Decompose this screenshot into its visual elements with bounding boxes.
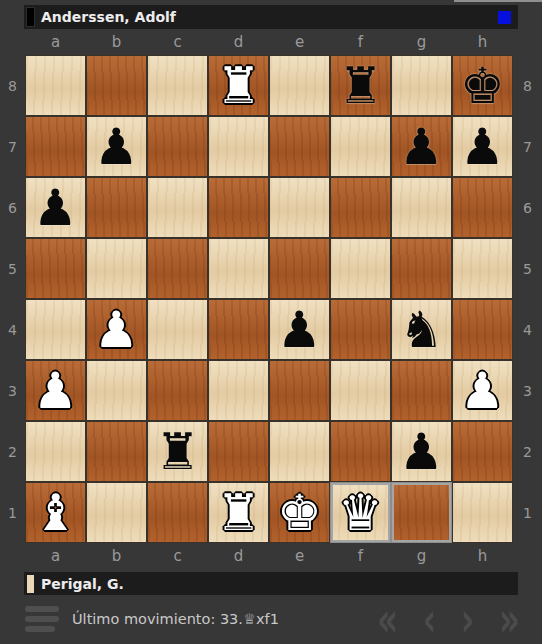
file-label-e-bottom: e xyxy=(269,543,330,569)
rank-label-7-right: 7 xyxy=(513,116,542,177)
square-b6[interactable] xyxy=(86,177,147,238)
rank-label-4-right: 4 xyxy=(513,299,542,360)
square-f7[interactable] xyxy=(330,116,391,177)
file-label-h-bottom: h xyxy=(452,543,513,569)
square-c4[interactable] xyxy=(147,299,208,360)
file-label-a-bottom: a xyxy=(25,543,86,569)
square-g8[interactable] xyxy=(391,55,452,116)
white-color-indicator xyxy=(27,575,34,593)
square-e6[interactable] xyxy=(269,177,330,238)
white-king[interactable]: ♚ xyxy=(277,488,322,538)
square-h5[interactable] xyxy=(452,238,513,299)
rank-label-7-left: 7 xyxy=(0,116,25,177)
black-pawn[interactable]: ♟ xyxy=(460,122,505,172)
player-bar-top: Anderssen, Adolf xyxy=(24,5,518,29)
square-e3[interactable] xyxy=(269,360,330,421)
rank-label-3-left: 3 xyxy=(0,360,25,421)
status-bar: Último movimiento: 33.♕xf1 « ‹ › » xyxy=(0,595,542,643)
white-pawn[interactable]: ♟ xyxy=(33,366,78,416)
file-label-c-top: c xyxy=(147,29,208,55)
square-f5[interactable] xyxy=(330,238,391,299)
square-d4[interactable] xyxy=(208,299,269,360)
square-a3[interactable]: ♟ xyxy=(25,360,86,421)
file-label-b-top: b xyxy=(86,29,147,55)
square-f6[interactable] xyxy=(330,177,391,238)
black-knight[interactable]: ♞ xyxy=(399,305,444,355)
square-g6[interactable] xyxy=(391,177,452,238)
square-h4[interactable] xyxy=(452,299,513,360)
last-move-text: Último movimiento: 33.♕xf1 xyxy=(72,611,279,627)
square-c6[interactable] xyxy=(147,177,208,238)
file-label-c-bottom: c xyxy=(147,543,208,569)
square-b2[interactable] xyxy=(86,421,147,482)
menu-button[interactable] xyxy=(25,606,59,632)
square-f3[interactable] xyxy=(330,360,391,421)
square-h6[interactable] xyxy=(452,177,513,238)
square-e4[interactable]: ♟ xyxy=(269,299,330,360)
rank-label-3-right: 3 xyxy=(513,360,542,421)
black-pawn[interactable]: ♟ xyxy=(277,305,322,355)
white-rook[interactable]: ♜ xyxy=(216,61,261,111)
square-b7[interactable]: ♟ xyxy=(86,116,147,177)
rank-label-8-right: 8 xyxy=(513,55,542,116)
square-g1[interactable] xyxy=(391,482,452,543)
square-a7[interactable] xyxy=(25,116,86,177)
square-f1[interactable]: ♛ xyxy=(330,482,391,543)
black-pawn[interactable]: ♟ xyxy=(399,122,444,172)
square-h7[interactable]: ♟ xyxy=(452,116,513,177)
square-g5[interactable] xyxy=(391,238,452,299)
file-label-d-bottom: d xyxy=(208,543,269,569)
file-label-e-top: e xyxy=(269,29,330,55)
rank-label-1-left: 1 xyxy=(0,482,25,543)
square-d5[interactable] xyxy=(208,238,269,299)
file-label-d-top: d xyxy=(208,29,269,55)
square-e8[interactable] xyxy=(269,55,330,116)
square-b8[interactable] xyxy=(86,55,147,116)
player-bar-bottom: Perigal, G. xyxy=(24,572,518,595)
square-e2[interactable] xyxy=(269,421,330,482)
white-rook[interactable]: ♜ xyxy=(216,488,261,538)
player-top-name: Anderssen, Adolf xyxy=(41,9,176,25)
square-c2[interactable]: ♜ xyxy=(147,421,208,482)
square-f2[interactable] xyxy=(330,421,391,482)
square-b3[interactable] xyxy=(86,360,147,421)
menu-bar-icon xyxy=(25,626,55,632)
square-b4[interactable]: ♟ xyxy=(86,299,147,360)
file-label-g-bottom: g xyxy=(391,543,452,569)
square-g2[interactable]: ♟ xyxy=(391,421,452,482)
square-a6[interactable]: ♟ xyxy=(25,177,86,238)
square-d3[interactable] xyxy=(208,360,269,421)
nav-prev-button[interactable]: ‹ xyxy=(422,595,435,643)
square-e1[interactable]: ♚ xyxy=(269,482,330,543)
square-g4[interactable]: ♞ xyxy=(391,299,452,360)
menu-bar-icon xyxy=(25,606,59,612)
white-pawn[interactable]: ♟ xyxy=(94,305,139,355)
file-label-h-top: h xyxy=(452,29,513,55)
square-d7[interactable] xyxy=(208,116,269,177)
square-h3[interactable]: ♟ xyxy=(452,360,513,421)
white-queen[interactable]: ♛ xyxy=(338,488,383,538)
square-a1[interactable]: ♝ xyxy=(25,482,86,543)
file-labels-top: abcdefgh xyxy=(0,29,542,55)
square-h2[interactable] xyxy=(452,421,513,482)
square-c3[interactable] xyxy=(147,360,208,421)
square-g3[interactable] xyxy=(391,360,452,421)
black-rook[interactable]: ♜ xyxy=(155,427,200,477)
file-labels-bottom: abcdefgh xyxy=(0,543,542,569)
move-navigation: « ‹ › » xyxy=(379,595,518,643)
square-h1[interactable] xyxy=(452,482,513,543)
menu-bar-icon xyxy=(25,616,59,622)
black-pawn[interactable]: ♟ xyxy=(33,183,78,233)
black-pawn[interactable]: ♟ xyxy=(94,122,139,172)
square-b5[interactable] xyxy=(86,238,147,299)
square-f4[interactable] xyxy=(330,299,391,360)
nav-next-button[interactable]: › xyxy=(461,595,474,643)
square-a4[interactable] xyxy=(25,299,86,360)
rank-label-6-right: 6 xyxy=(513,177,542,238)
rank-label-8-left: 8 xyxy=(0,55,25,116)
square-d2[interactable] xyxy=(208,421,269,482)
white-bishop[interactable]: ♝ xyxy=(33,488,78,538)
square-a8[interactable] xyxy=(25,55,86,116)
rank-label-2-right: 2 xyxy=(513,421,542,482)
player-top-status-square xyxy=(498,11,511,24)
white-pawn[interactable]: ♟ xyxy=(460,366,505,416)
black-color-indicator xyxy=(27,8,34,26)
square-e5[interactable] xyxy=(269,238,330,299)
chess-board[interactable]: ♜♜♚♟♟♟♟♟♟♞♟♟♜♟♝♜♚♛ xyxy=(25,55,513,543)
square-e7[interactable] xyxy=(269,116,330,177)
square-c1[interactable] xyxy=(147,482,208,543)
rank-label-6-left: 6 xyxy=(0,177,25,238)
rank-label-2-left: 2 xyxy=(0,421,25,482)
square-c7[interactable] xyxy=(147,116,208,177)
square-c5[interactable] xyxy=(147,238,208,299)
square-a5[interactable] xyxy=(25,238,86,299)
nav-last-button[interactable]: » xyxy=(499,595,520,643)
nav-first-button[interactable]: « xyxy=(377,595,398,643)
black-rook[interactable]: ♜ xyxy=(338,61,383,111)
rank-label-4-left: 4 xyxy=(0,299,25,360)
square-g7[interactable]: ♟ xyxy=(391,116,452,177)
square-d6[interactable] xyxy=(208,177,269,238)
rank-label-1-right: 1 xyxy=(513,482,542,543)
square-d8[interactable]: ♜ xyxy=(208,55,269,116)
file-label-f-bottom: f xyxy=(330,543,391,569)
file-label-a-top: a xyxy=(25,29,86,55)
square-b1[interactable] xyxy=(86,482,147,543)
square-c8[interactable] xyxy=(147,55,208,116)
file-label-f-top: f xyxy=(330,29,391,55)
window-edge-strip xyxy=(454,0,542,2)
file-label-g-top: g xyxy=(391,29,452,55)
rank-label-5-right: 5 xyxy=(513,238,542,299)
square-h8[interactable]: ♚ xyxy=(452,55,513,116)
square-a2[interactable] xyxy=(25,421,86,482)
black-pawn[interactable]: ♟ xyxy=(399,427,444,477)
rank-label-5-left: 5 xyxy=(0,238,25,299)
square-f8[interactable]: ♜ xyxy=(330,55,391,116)
player-bottom-name: Perigal, G. xyxy=(41,576,124,592)
black-king[interactable]: ♚ xyxy=(460,61,505,111)
square-d1[interactable]: ♜ xyxy=(208,482,269,543)
rank-labels-left: 87654321 xyxy=(0,55,25,543)
rank-labels-right: 87654321 xyxy=(513,55,542,543)
file-label-b-bottom: b xyxy=(86,543,147,569)
